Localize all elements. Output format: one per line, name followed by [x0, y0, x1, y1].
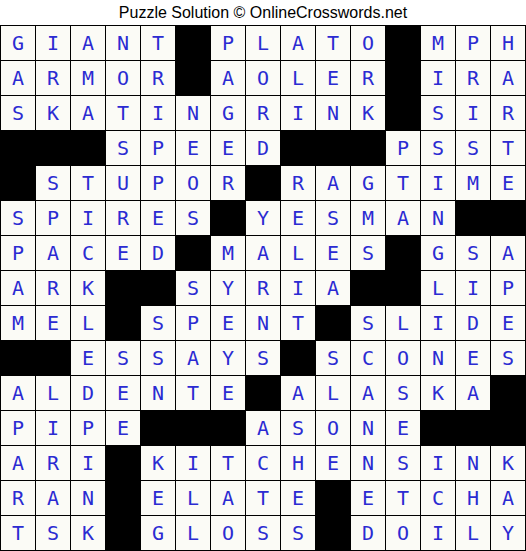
letter-cell: E: [456, 341, 490, 375]
letter-cell: I: [281, 271, 315, 305]
letter-cell: T: [71, 166, 105, 200]
letter-cell: I: [36, 26, 70, 60]
black-cell: [386, 236, 420, 270]
letter-cell: T: [246, 481, 280, 515]
letter-cell: T: [281, 306, 315, 340]
letter-cell: A: [71, 26, 105, 60]
black-cell: [316, 481, 350, 515]
letter-cell: P: [176, 306, 210, 340]
letter-cell: S: [141, 306, 175, 340]
letter-cell: A: [491, 236, 525, 270]
black-cell: [386, 26, 420, 60]
crossword-grid: GIANTPLATOMPHARMORAOLERIRASKATINGRINKSIR…: [0, 25, 526, 551]
letter-cell: R: [106, 201, 140, 235]
letter-cell: O: [246, 61, 280, 95]
letter-cell: G: [211, 96, 245, 130]
letter-cell: P: [141, 131, 175, 165]
black-cell: [316, 131, 350, 165]
black-cell: [36, 341, 70, 375]
letter-cell: G: [1, 26, 35, 60]
black-cell: [106, 516, 140, 550]
letter-cell: S: [281, 516, 315, 550]
letter-cell: K: [351, 96, 385, 130]
letter-cell: N: [421, 341, 455, 375]
letter-cell: I: [421, 306, 455, 340]
letter-cell: O: [386, 516, 420, 550]
black-cell: [386, 271, 420, 305]
letter-cell: E: [176, 131, 210, 165]
letter-cell: L: [281, 61, 315, 95]
letter-cell: A: [36, 236, 70, 270]
black-cell: [211, 411, 245, 445]
letter-cell: O: [351, 26, 385, 60]
letter-cell: N: [421, 201, 455, 235]
letter-cell: N: [351, 446, 385, 480]
letter-cell: A: [281, 376, 315, 410]
letter-cell: K: [491, 446, 525, 480]
black-cell: [246, 166, 280, 200]
letter-cell: S: [386, 446, 420, 480]
letter-cell: N: [106, 26, 140, 60]
letter-cell: R: [1, 481, 35, 515]
letter-cell: K: [71, 516, 105, 550]
black-cell: [491, 411, 525, 445]
letter-cell: E: [211, 306, 245, 340]
letter-cell: A: [316, 166, 350, 200]
letter-cell: A: [246, 411, 280, 445]
letter-cell: S: [456, 236, 490, 270]
letter-cell: S: [351, 236, 385, 270]
letter-cell: A: [71, 96, 105, 130]
black-cell: [386, 96, 420, 130]
letter-cell: S: [386, 376, 420, 410]
letter-cell: A: [281, 26, 315, 60]
letter-cell: L: [316, 376, 350, 410]
letter-cell: H: [491, 26, 525, 60]
letter-cell: Y: [211, 341, 245, 375]
letter-cell: I: [71, 446, 105, 480]
letter-cell: T: [1, 516, 35, 550]
letter-cell: H: [281, 446, 315, 480]
letter-cell: S: [36, 516, 70, 550]
puzzle-title: Puzzle Solution © OnlineCrosswords.net: [0, 0, 526, 25]
letter-cell: E: [281, 201, 315, 235]
letter-cell: A: [456, 376, 490, 410]
letter-cell: D: [351, 516, 385, 550]
black-cell: [386, 61, 420, 95]
letter-cell: T: [211, 446, 245, 480]
letter-cell: Y: [491, 516, 525, 550]
letter-cell: E: [211, 131, 245, 165]
letter-cell: R: [246, 96, 280, 130]
black-cell: [141, 411, 175, 445]
letter-cell: R: [36, 61, 70, 95]
letter-cell: A: [211, 481, 245, 515]
black-cell: [176, 26, 210, 60]
letter-cell: R: [246, 271, 280, 305]
black-cell: [106, 271, 140, 305]
letter-cell: C: [421, 481, 455, 515]
letter-cell: E: [281, 481, 315, 515]
letter-cell: P: [386, 131, 420, 165]
letter-cell: L: [281, 236, 315, 270]
letter-cell: E: [491, 306, 525, 340]
letter-cell: R: [351, 61, 385, 95]
letter-cell: E: [316, 446, 350, 480]
letter-cell: L: [456, 516, 490, 550]
letter-cell: M: [71, 61, 105, 95]
letter-cell: I: [36, 411, 70, 445]
letter-cell: E: [386, 411, 420, 445]
letter-cell: I: [421, 446, 455, 480]
letter-cell: N: [141, 376, 175, 410]
black-cell: [281, 131, 315, 165]
letter-cell: P: [1, 411, 35, 445]
black-cell: [1, 341, 35, 375]
letter-cell: M: [351, 201, 385, 235]
black-cell: [211, 201, 245, 235]
letter-cell: R: [491, 96, 525, 130]
black-cell: [1, 166, 35, 200]
letter-cell: P: [1, 236, 35, 270]
letter-cell: E: [211, 376, 245, 410]
letter-cell: A: [491, 481, 525, 515]
letter-cell: A: [211, 61, 245, 95]
letter-cell: A: [176, 341, 210, 375]
letter-cell: A: [1, 61, 35, 95]
letter-cell: L: [386, 306, 420, 340]
letter-cell: E: [141, 201, 175, 235]
black-cell: [456, 411, 490, 445]
letter-cell: I: [141, 96, 175, 130]
letter-cell: N: [71, 481, 105, 515]
letter-cell: N: [351, 411, 385, 445]
letter-cell: S: [106, 341, 140, 375]
black-cell: [351, 131, 385, 165]
black-cell: [421, 411, 455, 445]
letter-cell: N: [246, 306, 280, 340]
letter-cell: L: [71, 306, 105, 340]
letter-cell: S: [316, 201, 350, 235]
letter-cell: I: [176, 446, 210, 480]
letter-cell: S: [316, 341, 350, 375]
letter-cell: I: [281, 96, 315, 130]
letter-cell: E: [316, 236, 350, 270]
letter-cell: S: [106, 131, 140, 165]
black-cell: [141, 271, 175, 305]
letter-cell: R: [281, 166, 315, 200]
letter-cell: T: [141, 26, 175, 60]
letter-cell: P: [36, 201, 70, 235]
letter-cell: T: [386, 166, 420, 200]
black-cell: [246, 376, 280, 410]
letter-cell: A: [491, 61, 525, 95]
black-cell: [106, 446, 140, 480]
letter-cell: O: [386, 341, 420, 375]
letter-cell: D: [246, 131, 280, 165]
letter-cell: R: [36, 271, 70, 305]
letter-cell: R: [211, 166, 245, 200]
letter-cell: O: [211, 516, 245, 550]
letter-cell: M: [1, 306, 35, 340]
letter-cell: N: [176, 96, 210, 130]
letter-cell: I: [456, 271, 490, 305]
letter-cell: N: [456, 446, 490, 480]
letter-cell: P: [211, 26, 245, 60]
letter-cell: C: [246, 446, 280, 480]
letter-cell: Y: [211, 271, 245, 305]
black-cell: [36, 131, 70, 165]
black-cell: [351, 271, 385, 305]
letter-cell: M: [456, 166, 490, 200]
letter-cell: S: [1, 201, 35, 235]
letter-cell: S: [246, 341, 280, 375]
letter-cell: O: [176, 166, 210, 200]
letter-cell: E: [491, 166, 525, 200]
letter-cell: T: [386, 481, 420, 515]
letter-cell: O: [316, 411, 350, 445]
letter-cell: A: [36, 481, 70, 515]
letter-cell: N: [316, 96, 350, 130]
letter-cell: I: [421, 166, 455, 200]
letter-cell: S: [246, 516, 280, 550]
letter-cell: K: [141, 446, 175, 480]
letter-cell: E: [71, 341, 105, 375]
letter-cell: S: [491, 341, 525, 375]
letter-cell: S: [141, 341, 175, 375]
letter-cell: S: [1, 96, 35, 130]
letter-cell: S: [281, 411, 315, 445]
letter-cell: I: [456, 96, 490, 130]
letter-cell: L: [36, 376, 70, 410]
black-cell: [456, 201, 490, 235]
letter-cell: K: [421, 376, 455, 410]
letter-cell: A: [316, 271, 350, 305]
letter-cell: M: [421, 26, 455, 60]
letter-cell: I: [421, 516, 455, 550]
letter-cell: A: [1, 271, 35, 305]
letter-cell: A: [246, 236, 280, 270]
letter-cell: S: [421, 96, 455, 130]
letter-cell: L: [176, 481, 210, 515]
letter-cell: S: [456, 131, 490, 165]
black-cell: [176, 61, 210, 95]
letter-cell: D: [71, 376, 105, 410]
letter-cell: D: [141, 236, 175, 270]
letter-cell: G: [351, 166, 385, 200]
letter-cell: T: [491, 131, 525, 165]
letter-cell: L: [246, 26, 280, 60]
letter-cell: A: [1, 446, 35, 480]
letter-cell: O: [106, 61, 140, 95]
letter-cell: A: [351, 376, 385, 410]
letter-cell: S: [421, 131, 455, 165]
letter-cell: D: [456, 306, 490, 340]
letter-cell: L: [176, 516, 210, 550]
letter-cell: S: [36, 166, 70, 200]
letter-cell: I: [421, 61, 455, 95]
letter-cell: A: [1, 376, 35, 410]
letter-cell: G: [141, 516, 175, 550]
black-cell: [491, 376, 525, 410]
letter-cell: E: [141, 481, 175, 515]
letter-cell: T: [316, 26, 350, 60]
letter-cell: P: [456, 26, 490, 60]
black-cell: [491, 201, 525, 235]
letter-cell: H: [456, 481, 490, 515]
black-cell: [71, 131, 105, 165]
letter-cell: I: [71, 201, 105, 235]
letter-cell: E: [316, 61, 350, 95]
black-cell: [106, 481, 140, 515]
letter-cell: S: [176, 271, 210, 305]
letter-cell: K: [36, 96, 70, 130]
letter-cell: E: [36, 306, 70, 340]
letter-cell: C: [351, 341, 385, 375]
letter-cell: R: [141, 61, 175, 95]
letter-cell: E: [106, 411, 140, 445]
letter-cell: R: [36, 446, 70, 480]
letter-cell: Y: [246, 201, 280, 235]
letter-cell: L: [421, 271, 455, 305]
letter-cell: M: [211, 236, 245, 270]
letter-cell: P: [141, 166, 175, 200]
black-cell: [1, 131, 35, 165]
letter-cell: E: [106, 236, 140, 270]
letter-cell: S: [351, 306, 385, 340]
letter-cell: T: [176, 376, 210, 410]
letter-cell: P: [491, 271, 525, 305]
black-cell: [281, 341, 315, 375]
black-cell: [316, 516, 350, 550]
letter-cell: A: [386, 201, 420, 235]
black-cell: [176, 411, 210, 445]
black-cell: [176, 236, 210, 270]
letter-cell: P: [71, 411, 105, 445]
letter-cell: S: [176, 201, 210, 235]
letter-cell: E: [106, 376, 140, 410]
letter-cell: R: [456, 61, 490, 95]
black-cell: [316, 306, 350, 340]
letter-cell: U: [106, 166, 140, 200]
letter-cell: G: [421, 236, 455, 270]
letter-cell: E: [351, 481, 385, 515]
black-cell: [106, 306, 140, 340]
letter-cell: C: [71, 236, 105, 270]
letter-cell: T: [106, 96, 140, 130]
letter-cell: K: [71, 271, 105, 305]
